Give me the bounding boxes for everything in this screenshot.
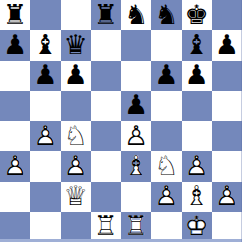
square-c6[interactable]: ♟ (61, 61, 91, 91)
black-pawn: ♟ (124, 91, 148, 118)
white-bishop: ♝♗ (124, 152, 148, 179)
square-c4[interactable]: ♞♘ (61, 121, 91, 151)
square-c7[interactable]: ♛ (61, 30, 91, 60)
square-b2[interactable] (30, 182, 60, 212)
square-h8[interactable] (212, 0, 242, 30)
square-g5[interactable] (182, 91, 212, 121)
white-pawn: ♟♙ (185, 152, 209, 179)
square-f5[interactable] (151, 91, 181, 121)
white-bishop: ♝♗ (185, 182, 209, 209)
chess-board-container: ♜♜♞♞♚♟♝♛♝♟♟♟♟♟♟♟♙♞♘♟♙♟♙♟♙♝♗♞♘♟♙♛♕♟♙♝♗♟♙♜… (0, 0, 242, 242)
black-knight: ♞ (154, 1, 178, 28)
square-b6[interactable]: ♟ (30, 61, 60, 91)
square-b1[interactable] (30, 212, 60, 242)
white-queen: ♛♕ (64, 182, 88, 209)
square-e7[interactable] (121, 30, 151, 60)
square-f8[interactable]: ♞ (151, 0, 181, 30)
chess-board: ♜♜♞♞♚♟♝♛♝♟♟♟♟♟♟♟♙♞♘♟♙♟♙♟♙♝♗♞♘♟♙♛♕♟♙♝♗♟♙♜… (0, 0, 242, 242)
square-d3[interactable] (91, 151, 121, 181)
white-knight: ♞♘ (64, 122, 88, 149)
square-f4[interactable] (151, 121, 181, 151)
square-h3[interactable] (212, 151, 242, 181)
square-d6[interactable] (91, 61, 121, 91)
square-h1[interactable] (212, 212, 242, 242)
square-g3[interactable]: ♟♙ (182, 151, 212, 181)
square-e5[interactable]: ♟ (121, 91, 151, 121)
square-a3[interactable]: ♟♙ (0, 151, 30, 181)
square-a5[interactable] (0, 91, 30, 121)
white-pawn: ♟♙ (3, 152, 27, 179)
square-h2[interactable]: ♟♙ (212, 182, 242, 212)
white-pawn: ♟♙ (33, 122, 57, 149)
white-pawn: ♟♙ (154, 182, 178, 209)
square-d1[interactable]: ♜♖ (91, 212, 121, 242)
square-h4[interactable] (212, 121, 242, 151)
square-g7[interactable]: ♝ (182, 30, 212, 60)
square-g8[interactable]: ♚ (182, 0, 212, 30)
square-d7[interactable] (91, 30, 121, 60)
black-bishop: ♝ (33, 31, 57, 58)
black-pawn: ♟ (185, 61, 209, 88)
square-c3[interactable]: ♟♙ (61, 151, 91, 181)
square-b3[interactable] (30, 151, 60, 181)
white-pawn: ♟♙ (64, 152, 88, 179)
square-h6[interactable] (212, 61, 242, 91)
black-pawn: ♟ (215, 31, 239, 58)
square-a8[interactable]: ♜ (0, 0, 30, 30)
white-knight: ♞♘ (154, 152, 178, 179)
square-d5[interactable] (91, 91, 121, 121)
square-f7[interactable] (151, 30, 181, 60)
square-h5[interactable] (212, 91, 242, 121)
square-h7[interactable]: ♟ (212, 30, 242, 60)
white-rook: ♜♖ (94, 212, 118, 239)
square-c2[interactable]: ♛♕ (61, 182, 91, 212)
square-a6[interactable] (0, 61, 30, 91)
square-e2[interactable] (121, 182, 151, 212)
black-pawn: ♟ (33, 61, 57, 88)
black-king: ♚ (185, 1, 209, 28)
square-f2[interactable]: ♟♙ (151, 182, 181, 212)
black-pawn: ♟ (3, 31, 27, 58)
square-e6[interactable] (121, 61, 151, 91)
black-queen: ♛ (64, 31, 88, 58)
black-rook: ♜ (3, 1, 27, 28)
square-c1[interactable] (61, 212, 91, 242)
square-c8[interactable] (61, 0, 91, 30)
square-e4[interactable]: ♟♙ (121, 121, 151, 151)
black-knight: ♞ (124, 1, 148, 28)
black-pawn: ♟ (154, 61, 178, 88)
square-g6[interactable]: ♟ (182, 61, 212, 91)
square-b8[interactable] (30, 0, 60, 30)
white-pawn: ♟♙ (215, 182, 239, 209)
square-a7[interactable]: ♟ (0, 30, 30, 60)
square-e8[interactable]: ♞ (121, 0, 151, 30)
square-g2[interactable]: ♝♗ (182, 182, 212, 212)
square-f6[interactable]: ♟ (151, 61, 181, 91)
black-pawn: ♟ (64, 61, 88, 88)
square-g1[interactable]: ♚♔ (182, 212, 212, 242)
square-f3[interactable]: ♞♘ (151, 151, 181, 181)
square-e1[interactable]: ♜♖ (121, 212, 151, 242)
square-b5[interactable] (30, 91, 60, 121)
square-a2[interactable] (0, 182, 30, 212)
square-f1[interactable] (151, 212, 181, 242)
square-g4[interactable] (182, 121, 212, 151)
black-rook: ♜ (94, 1, 118, 28)
square-b4[interactable]: ♟♙ (30, 121, 60, 151)
square-d8[interactable]: ♜ (91, 0, 121, 30)
black-bishop: ♝ (185, 31, 209, 58)
square-a1[interactable] (0, 212, 30, 242)
white-pawn: ♟♙ (124, 122, 148, 149)
square-e3[interactable]: ♝♗ (121, 151, 151, 181)
white-rook: ♜♖ (124, 212, 148, 239)
square-d2[interactable] (91, 182, 121, 212)
white-king: ♚♔ (185, 212, 209, 239)
square-a4[interactable] (0, 121, 30, 151)
square-d4[interactable] (91, 121, 121, 151)
square-c5[interactable] (61, 91, 91, 121)
square-b7[interactable]: ♝ (30, 30, 60, 60)
